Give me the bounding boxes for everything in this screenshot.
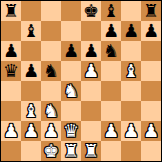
piece-white-pawn: ♟ — [43, 121, 59, 141]
square-a1[interactable] — [1, 141, 21, 161]
square-c2[interactable]: ♟ — [41, 121, 61, 141]
piece-white-rook: ♜ — [83, 141, 99, 161]
board-area: ♜♚♝♜♝♟♟♟♟♟♟♞♛♟♞♟♝♞♝♞♟♟♟♛♟♟♟♚♜♜ — [0, 0, 162, 162]
square-d7[interactable] — [61, 21, 81, 41]
square-c1[interactable]: ♚ — [41, 141, 61, 161]
piece-black-queen: ♛ — [3, 61, 19, 81]
square-b8[interactable] — [21, 1, 41, 21]
square-d5[interactable] — [61, 61, 81, 81]
square-g2[interactable]: ♟ — [121, 121, 141, 141]
square-h2[interactable]: ♟ — [141, 121, 161, 141]
square-a4[interactable] — [1, 81, 21, 101]
square-a7[interactable] — [1, 21, 21, 41]
piece-black-pawn: ♟ — [103, 21, 119, 41]
piece-black-rook: ♜ — [143, 1, 159, 21]
square-e8[interactable]: ♚ — [81, 1, 101, 21]
piece-black-knight: ♞ — [43, 61, 59, 81]
piece-black-pawn: ♟ — [3, 41, 19, 61]
piece-black-king: ♚ — [83, 1, 99, 21]
square-a3[interactable] — [1, 101, 21, 121]
piece-white-pawn: ♟ — [103, 121, 119, 141]
square-f3[interactable] — [101, 101, 121, 121]
square-g4[interactable] — [121, 81, 141, 101]
square-a2[interactable]: ♟ — [1, 121, 21, 141]
square-h8[interactable]: ♜ — [141, 1, 161, 21]
piece-black-bishop: ♝ — [23, 21, 39, 41]
square-c7[interactable] — [41, 21, 61, 41]
square-d1[interactable]: ♜ — [61, 141, 81, 161]
square-f8[interactable]: ♝ — [101, 1, 121, 21]
square-e3[interactable] — [81, 101, 101, 121]
square-f4[interactable] — [101, 81, 121, 101]
square-d4[interactable]: ♞ — [61, 81, 81, 101]
square-b4[interactable] — [21, 81, 41, 101]
square-g7[interactable]: ♟ — [121, 21, 141, 41]
square-d3[interactable] — [61, 101, 81, 121]
square-b2[interactable]: ♟ — [21, 121, 41, 141]
piece-black-pawn: ♟ — [63, 41, 79, 61]
square-e5[interactable]: ♟ — [81, 61, 101, 81]
square-d2[interactable]: ♛ — [61, 121, 81, 141]
square-h1[interactable] — [141, 141, 161, 161]
square-g3[interactable] — [121, 101, 141, 121]
square-e4[interactable] — [81, 81, 101, 101]
square-g8[interactable] — [121, 1, 141, 21]
piece-white-pawn: ♟ — [143, 121, 159, 141]
square-b3[interactable]: ♝ — [21, 101, 41, 121]
square-a6[interactable]: ♟ — [1, 41, 21, 61]
piece-black-pawn: ♟ — [123, 21, 139, 41]
piece-black-bishop: ♝ — [103, 1, 119, 21]
square-f7[interactable]: ♟ — [101, 21, 121, 41]
square-b6[interactable] — [21, 41, 41, 61]
chess-board: ♜♚♝♜♝♟♟♟♟♟♟♞♛♟♞♟♝♞♝♞♟♟♟♛♟♟♟♚♜♜ — [0, 0, 162, 162]
square-c5[interactable]: ♞ — [41, 61, 61, 81]
piece-black-knight: ♞ — [103, 41, 119, 61]
square-h5[interactable] — [141, 61, 161, 81]
square-b7[interactable]: ♝ — [21, 21, 41, 41]
piece-white-knight: ♞ — [63, 81, 79, 101]
square-e6[interactable]: ♟ — [81, 41, 101, 61]
square-f1[interactable] — [101, 141, 121, 161]
square-g5[interactable]: ♝ — [121, 61, 141, 81]
square-c4[interactable] — [41, 81, 61, 101]
square-d8[interactable] — [61, 1, 81, 21]
square-e7[interactable] — [81, 21, 101, 41]
square-e2[interactable] — [81, 121, 101, 141]
piece-white-king: ♚ — [43, 141, 59, 161]
square-c6[interactable] — [41, 41, 61, 61]
piece-black-pawn: ♟ — [83, 41, 99, 61]
piece-white-pawn: ♟ — [123, 121, 139, 141]
piece-white-pawn: ♟ — [3, 121, 19, 141]
square-a5[interactable]: ♛ — [1, 61, 21, 81]
square-b5[interactable]: ♟ — [21, 61, 41, 81]
piece-white-bishop: ♝ — [23, 101, 39, 121]
square-h6[interactable] — [141, 41, 161, 61]
square-e1[interactable]: ♜ — [81, 141, 101, 161]
piece-black-pawn: ♟ — [23, 61, 39, 81]
piece-white-knight: ♞ — [43, 101, 59, 121]
square-f5[interactable] — [101, 61, 121, 81]
square-h3[interactable] — [141, 101, 161, 121]
square-d6[interactable]: ♟ — [61, 41, 81, 61]
piece-black-pawn: ♟ — [143, 21, 159, 41]
square-b1[interactable] — [21, 141, 41, 161]
square-f6[interactable]: ♞ — [101, 41, 121, 61]
square-f2[interactable]: ♟ — [101, 121, 121, 141]
square-a8[interactable]: ♜ — [1, 1, 21, 21]
piece-black-rook: ♜ — [3, 1, 19, 21]
square-c3[interactable]: ♞ — [41, 101, 61, 121]
piece-white-pawn: ♟ — [23, 121, 39, 141]
piece-white-queen: ♛ — [63, 121, 79, 141]
piece-white-pawn: ♟ — [83, 61, 99, 81]
piece-white-bishop: ♝ — [123, 61, 139, 81]
square-h7[interactable]: ♟ — [141, 21, 161, 41]
square-g6[interactable] — [121, 41, 141, 61]
square-c8[interactable] — [41, 1, 61, 21]
square-h4[interactable] — [141, 81, 161, 101]
square-g1[interactable] — [121, 141, 141, 161]
piece-white-rook: ♜ — [63, 141, 79, 161]
